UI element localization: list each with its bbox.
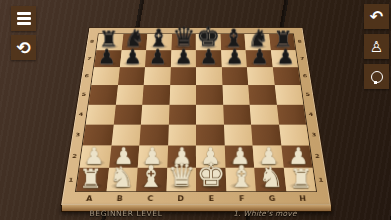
square-g1[interactable]: ♞ (254, 168, 286, 192)
pawn-icon: ♙ (370, 38, 383, 56)
square-c6[interactable] (143, 67, 170, 85)
lightbulb-icon (371, 71, 383, 83)
square-h1[interactable]: ♜ (283, 168, 316, 192)
piece-white-knight[interactable]: ♞ (106, 163, 136, 191)
square-h5[interactable] (274, 85, 303, 104)
file-label-a: A (73, 195, 104, 202)
piece-black-pawn[interactable]: ♟ (145, 47, 170, 67)
piece-white-queen[interactable]: ♛ (166, 160, 196, 191)
square-b1[interactable]: ♞ (106, 168, 138, 192)
file-label-d: D (165, 195, 196, 202)
piece-white-bishop[interactable]: ♝ (225, 162, 255, 191)
square-d6[interactable] (169, 67, 195, 85)
file-labels: ABCDEFGH (73, 194, 318, 204)
undo-icon: ↶ (370, 7, 383, 26)
square-f4[interactable] (222, 104, 250, 124)
file-label-e: E (196, 195, 227, 202)
move-indicator: 1. White's move (198, 209, 332, 218)
piece-style-button[interactable]: ♙ (364, 34, 389, 59)
rotate-board-button[interactable]: ⟲ (11, 35, 36, 60)
square-f6[interactable] (221, 67, 248, 85)
square-e5[interactable] (196, 85, 223, 104)
piece-black-pawn[interactable]: ♟ (246, 47, 271, 67)
square-b7[interactable]: ♟ (119, 50, 146, 67)
piece-white-rook[interactable]: ♜ (76, 165, 106, 192)
square-f7[interactable]: ♟ (220, 50, 246, 67)
piece-white-king[interactable]: ♚ (196, 159, 226, 191)
menu-button[interactable] (11, 6, 36, 31)
square-a5[interactable] (88, 85, 117, 104)
file-label-f: F (226, 195, 257, 202)
square-a7[interactable]: ♟ (94, 50, 121, 67)
rotate-icon: ⟲ (16, 38, 30, 58)
square-h7[interactable]: ♟ (270, 50, 297, 67)
menu-icon (17, 12, 31, 25)
file-label-c: C (134, 195, 165, 202)
rank-label-6: 6 (299, 67, 310, 85)
piece-black-pawn[interactable]: ♟ (94, 47, 119, 67)
piece-black-pawn[interactable]: ♟ (119, 47, 144, 67)
square-g5[interactable] (248, 85, 276, 104)
piece-black-pawn[interactable]: ♟ (221, 47, 246, 67)
square-d4[interactable] (168, 104, 196, 124)
square-e6[interactable] (196, 67, 222, 85)
square-h6[interactable] (272, 67, 300, 85)
chess-app-window: ♜♞♝♛♚♝♞♜♟♟♟♟♟♟♟♟♟♟♟♟♟♟♟♟♜♞♝♛♚♝♞♜ ABCDEFG… (0, 0, 391, 220)
square-a6[interactable] (91, 67, 119, 85)
square-c7[interactable]: ♟ (145, 50, 171, 67)
square-c5[interactable] (142, 85, 170, 104)
square-d1[interactable]: ♛ (166, 168, 196, 192)
square-c1[interactable]: ♝ (136, 168, 167, 192)
square-b5[interactable] (115, 85, 143, 104)
square-d7[interactable]: ♟ (170, 50, 195, 67)
difficulty-label: BEGINNER LEVEL (58, 209, 194, 218)
square-f1[interactable]: ♝ (225, 168, 256, 192)
square-g7[interactable]: ♟ (245, 50, 272, 67)
undo-button[interactable]: ↶ (364, 4, 389, 29)
piece-white-knight[interactable]: ♞ (255, 163, 285, 191)
piece-black-pawn[interactable]: ♟ (272, 47, 297, 67)
square-e7[interactable]: ♟ (196, 50, 221, 67)
square-b4[interactable] (113, 104, 142, 124)
square-e4[interactable] (196, 104, 224, 124)
file-label-h: H (287, 195, 318, 202)
square-d5[interactable] (169, 85, 196, 104)
square-e1[interactable]: ♚ (196, 168, 226, 192)
square-f5[interactable] (222, 85, 250, 104)
chess-board: ♜♞♝♛♚♝♞♜♟♟♟♟♟♟♟♟♟♟♟♟♟♟♟♟♜♞♝♛♚♝♞♜ ABCDEFG… (60, 27, 332, 206)
piece-black-pawn[interactable]: ♟ (196, 47, 221, 67)
square-g4[interactable] (249, 104, 278, 124)
hint-button[interactable] (364, 64, 389, 89)
square-b6[interactable] (117, 67, 144, 85)
piece-white-bishop[interactable]: ♝ (136, 162, 166, 191)
board-scene: ♜♞♝♛♚♝♞♜♟♟♟♟♟♟♟♟♟♟♟♟♟♟♟♟♜♞♝♛♚♝♞♜ ABCDEFG… (60, 0, 332, 212)
square-a4[interactable] (85, 104, 115, 124)
square-a1[interactable]: ♜ (76, 168, 109, 192)
board-squares: ♜♞♝♛♚♝♞♜♟♟♟♟♟♟♟♟♟♟♟♟♟♟♟♟♜♞♝♛♚♝♞♜ (75, 33, 317, 192)
square-h4[interactable] (276, 104, 306, 124)
file-label-g: G (256, 195, 287, 202)
square-g6[interactable] (246, 67, 273, 85)
square-c4[interactable] (140, 104, 168, 124)
piece-black-pawn[interactable]: ♟ (170, 47, 195, 67)
file-label-b: B (104, 195, 135, 202)
piece-white-rook[interactable]: ♜ (285, 165, 315, 192)
